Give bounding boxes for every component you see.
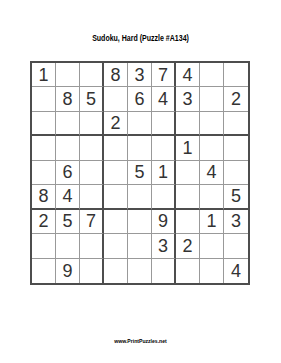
cell-r3c9[interactable] xyxy=(224,112,248,136)
cell-r2c5[interactable]: 6 xyxy=(128,87,152,111)
cell-r5c9[interactable] xyxy=(224,161,248,185)
cell-r2c1[interactable] xyxy=(32,87,56,111)
cell-r2c2[interactable]: 8 xyxy=(56,87,80,111)
cell-r3c7[interactable] xyxy=(176,112,200,136)
cell-r6c7[interactable] xyxy=(176,185,200,209)
cell-r7c9[interactable]: 3 xyxy=(224,210,248,234)
cell-r7c7[interactable] xyxy=(176,210,200,234)
cell-r9c6[interactable] xyxy=(152,259,176,283)
cell-r6c8[interactable] xyxy=(200,185,224,209)
cell-r5c3[interactable] xyxy=(80,161,104,185)
cell-r7c4[interactable] xyxy=(104,210,128,234)
cell-r1c7[interactable]: 4 xyxy=(176,63,200,87)
cell-r1c6[interactable]: 7 xyxy=(152,63,176,87)
cell-r4c3[interactable] xyxy=(80,136,104,160)
cell-r3c6[interactable] xyxy=(152,112,176,136)
cell-r7c2[interactable]: 5 xyxy=(56,210,80,234)
footer-url: www.PrintPuzzles.net xyxy=(21,337,260,345)
cell-r4c5[interactable] xyxy=(128,136,152,160)
cell-r9c9[interactable]: 4 xyxy=(224,259,248,283)
cell-r8c3[interactable] xyxy=(80,234,104,258)
cell-r5c5[interactable]: 5 xyxy=(128,161,152,185)
cell-r2c8[interactable] xyxy=(200,87,224,111)
cell-r2c3[interactable]: 5 xyxy=(80,87,104,111)
cell-r6c4[interactable] xyxy=(104,185,128,209)
cell-r8c5[interactable] xyxy=(128,234,152,258)
cell-r7c1[interactable]: 2 xyxy=(32,210,56,234)
cell-r3c5[interactable] xyxy=(128,112,152,136)
cell-r7c3[interactable]: 7 xyxy=(80,210,104,234)
cell-r9c8[interactable] xyxy=(200,259,224,283)
cell-r1c3[interactable] xyxy=(80,63,104,87)
cell-r6c6[interactable] xyxy=(152,185,176,209)
cell-r4c1[interactable] xyxy=(32,136,56,160)
cell-r4c9[interactable] xyxy=(224,136,248,160)
cell-r6c9[interactable]: 5 xyxy=(224,185,248,209)
cell-r7c5[interactable] xyxy=(128,210,152,234)
cell-r6c2[interactable]: 4 xyxy=(56,185,80,209)
cell-r5c6[interactable]: 1 xyxy=(152,161,176,185)
cell-r9c1[interactable] xyxy=(32,259,56,283)
cell-r1c4[interactable]: 8 xyxy=(104,63,128,87)
cell-r5c2[interactable]: 6 xyxy=(56,161,80,185)
cell-r4c2[interactable] xyxy=(56,136,80,160)
cell-r2c7[interactable]: 3 xyxy=(176,87,200,111)
cell-r3c1[interactable] xyxy=(32,112,56,136)
cell-r4c8[interactable] xyxy=(200,136,224,160)
cell-r3c2[interactable] xyxy=(56,112,80,136)
cell-r8c9[interactable] xyxy=(224,234,248,258)
cell-r1c8[interactable] xyxy=(200,63,224,87)
cell-r9c3[interactable] xyxy=(80,259,104,283)
cell-r8c8[interactable] xyxy=(200,234,224,258)
cell-r3c3[interactable] xyxy=(80,112,104,136)
cell-r6c5[interactable] xyxy=(128,185,152,209)
puzzle-title: Sudoku, Hard (Puzzle #A134) xyxy=(31,33,250,44)
cell-r1c2[interactable] xyxy=(56,63,80,87)
page-root: Sudoku, Hard (Puzzle #A134) 183748564322… xyxy=(0,0,281,363)
cell-r9c2[interactable]: 9 xyxy=(56,259,80,283)
cell-r8c2[interactable] xyxy=(56,234,80,258)
cell-r1c5[interactable]: 3 xyxy=(128,63,152,87)
cell-r5c8[interactable]: 4 xyxy=(200,161,224,185)
cell-r8c1[interactable] xyxy=(32,234,56,258)
cell-r6c3[interactable] xyxy=(80,185,104,209)
cell-r2c9[interactable]: 2 xyxy=(224,87,248,111)
cell-r9c5[interactable] xyxy=(128,259,152,283)
cell-r4c7[interactable]: 1 xyxy=(176,136,200,160)
cell-r1c9[interactable] xyxy=(224,63,248,87)
cell-r2c6[interactable]: 4 xyxy=(152,87,176,111)
cell-r5c1[interactable] xyxy=(32,161,56,185)
cell-r8c6[interactable]: 3 xyxy=(152,234,176,258)
cell-r4c4[interactable] xyxy=(104,136,128,160)
cell-r4c6[interactable] xyxy=(152,136,176,160)
cell-r2c4[interactable] xyxy=(104,87,128,111)
cell-r8c4[interactable] xyxy=(104,234,128,258)
cell-r3c4[interactable]: 2 xyxy=(104,112,128,136)
cell-r9c4[interactable] xyxy=(104,259,128,283)
cell-r3c8[interactable] xyxy=(200,112,224,136)
cell-r1c1[interactable]: 1 xyxy=(32,63,56,87)
cell-r6c1[interactable]: 8 xyxy=(32,185,56,209)
cell-r5c7[interactable] xyxy=(176,161,200,185)
cell-r8c7[interactable]: 2 xyxy=(176,234,200,258)
sudoku-grid: 183748564322165148452579133294 xyxy=(30,61,250,285)
cell-r9c7[interactable] xyxy=(176,259,200,283)
cell-r7c8[interactable]: 1 xyxy=(200,210,224,234)
cell-r5c4[interactable] xyxy=(104,161,128,185)
cell-r7c6[interactable]: 9 xyxy=(152,210,176,234)
